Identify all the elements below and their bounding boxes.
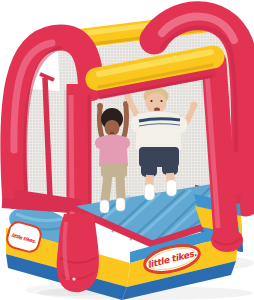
product-photo: little tikes. little tikes. [0, 0, 254, 300]
bounce-house-illustration: little tikes. little tikes. [0, 0, 254, 300]
front-left-post-foot [57, 214, 99, 292]
